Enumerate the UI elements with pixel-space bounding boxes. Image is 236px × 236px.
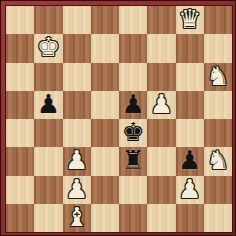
square-f5[interactable]: ♟ [147, 91, 175, 119]
square-f8[interactable] [147, 6, 175, 34]
square-c4[interactable] [63, 119, 91, 147]
square-e6[interactable] [119, 63, 147, 91]
chess-board: ♛♚♞♟♟♟♚♟♜♟♞♟♟♝ [6, 6, 232, 232]
square-d1[interactable] [91, 204, 119, 232]
square-b4[interactable] [34, 119, 62, 147]
square-d6[interactable] [91, 63, 119, 91]
white-bishop-c1[interactable]: ♝ [65, 204, 88, 230]
square-b7[interactable]: ♚ [34, 34, 62, 62]
square-h7[interactable] [204, 34, 232, 62]
square-d2[interactable] [91, 176, 119, 204]
black-pawn-g3[interactable]: ♟ [178, 147, 201, 173]
white-pawn-c3[interactable]: ♟ [65, 147, 88, 173]
square-c2[interactable]: ♟ [63, 176, 91, 204]
square-a7[interactable] [6, 34, 34, 62]
white-queen-g8[interactable]: ♛ [178, 6, 201, 32]
square-f6[interactable] [147, 63, 175, 91]
square-g4[interactable] [176, 119, 204, 147]
square-e1[interactable] [119, 204, 147, 232]
white-pawn-c2[interactable]: ♟ [65, 176, 88, 202]
square-b6[interactable] [34, 63, 62, 91]
square-c5[interactable] [63, 91, 91, 119]
square-g6[interactable] [176, 63, 204, 91]
square-g2[interactable]: ♟ [176, 176, 204, 204]
square-g3[interactable]: ♟ [176, 147, 204, 175]
black-king-e4[interactable]: ♚ [121, 119, 144, 145]
black-pawn-b5[interactable]: ♟ [37, 91, 60, 117]
square-g5[interactable] [176, 91, 204, 119]
square-b5[interactable]: ♟ [34, 91, 62, 119]
square-h3[interactable]: ♞ [204, 147, 232, 175]
square-a2[interactable] [6, 176, 34, 204]
white-pawn-g2[interactable]: ♟ [178, 176, 201, 202]
white-pawn-f5[interactable]: ♟ [150, 91, 173, 117]
square-g7[interactable] [176, 34, 204, 62]
square-a6[interactable] [6, 63, 34, 91]
square-f4[interactable] [147, 119, 175, 147]
square-h4[interactable] [204, 119, 232, 147]
black-pawn-e5[interactable]: ♟ [121, 91, 144, 117]
square-e2[interactable] [119, 176, 147, 204]
square-c8[interactable] [63, 6, 91, 34]
white-knight-h6[interactable]: ♞ [206, 63, 229, 89]
square-f7[interactable] [147, 34, 175, 62]
square-a4[interactable] [6, 119, 34, 147]
square-d7[interactable] [91, 34, 119, 62]
chess-board-frame: ♛♚♞♟♟♟♚♟♜♟♞♟♟♝ [0, 0, 236, 236]
square-h1[interactable] [204, 204, 232, 232]
square-g1[interactable] [176, 204, 204, 232]
square-b2[interactable] [34, 176, 62, 204]
black-rook-e3[interactable]: ♜ [121, 147, 144, 173]
white-knight-h3[interactable]: ♞ [206, 147, 229, 173]
square-d3[interactable] [91, 147, 119, 175]
square-c3[interactable]: ♟ [63, 147, 91, 175]
square-a5[interactable] [6, 91, 34, 119]
square-d4[interactable] [91, 119, 119, 147]
square-e8[interactable] [119, 6, 147, 34]
white-king-b7[interactable]: ♚ [37, 34, 60, 60]
square-d5[interactable] [91, 91, 119, 119]
square-h5[interactable] [204, 91, 232, 119]
square-b1[interactable] [34, 204, 62, 232]
square-f3[interactable] [147, 147, 175, 175]
square-e7[interactable] [119, 34, 147, 62]
square-e3[interactable]: ♜ [119, 147, 147, 175]
square-a1[interactable] [6, 204, 34, 232]
square-e5[interactable]: ♟ [119, 91, 147, 119]
square-c1[interactable]: ♝ [63, 204, 91, 232]
square-c6[interactable] [63, 63, 91, 91]
square-a8[interactable] [6, 6, 34, 34]
square-h8[interactable] [204, 6, 232, 34]
square-g8[interactable]: ♛ [176, 6, 204, 34]
square-a3[interactable] [6, 147, 34, 175]
square-b3[interactable] [34, 147, 62, 175]
square-d8[interactable] [91, 6, 119, 34]
square-c7[interactable] [63, 34, 91, 62]
square-b8[interactable] [34, 6, 62, 34]
square-f2[interactable] [147, 176, 175, 204]
square-e4[interactable]: ♚ [119, 119, 147, 147]
square-h6[interactable]: ♞ [204, 63, 232, 91]
square-h2[interactable] [204, 176, 232, 204]
square-f1[interactable] [147, 204, 175, 232]
